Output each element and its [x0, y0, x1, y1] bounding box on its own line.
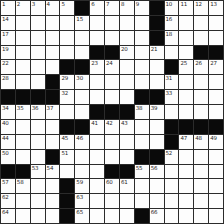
cell-r13c10[interactable]	[135, 179, 149, 193]
cell-r3c7[interactable]	[90, 31, 104, 45]
black-square-r1c11	[150, 1, 164, 15]
clue-number-22: 22	[2, 60, 9, 66]
clue-number-59: 59	[76, 179, 83, 185]
cell-r1c15[interactable]: 13	[209, 1, 223, 15]
cell-r5c2[interactable]	[16, 60, 30, 74]
cell-r10c8[interactable]	[105, 135, 119, 149]
clue-number-34: 34	[2, 105, 9, 111]
cell-r14c7[interactable]	[90, 194, 104, 208]
cell-r7c13[interactable]	[179, 90, 193, 104]
cell-r15c1[interactable]: 64	[1, 209, 15, 223]
cell-r5c3[interactable]	[31, 60, 45, 74]
clue-number-45: 45	[61, 135, 68, 141]
clue-number-46: 46	[76, 135, 83, 141]
cell-r1c8[interactable]: 7	[105, 1, 119, 15]
cell-r13c2[interactable]: 58	[16, 179, 30, 193]
cell-r10c9[interactable]	[120, 135, 134, 149]
cell-r11c5[interactable]: 51	[60, 150, 74, 164]
cell-r13c11[interactable]	[150, 179, 164, 193]
cell-r11c8[interactable]	[105, 150, 119, 164]
cell-r3c4[interactable]	[46, 31, 60, 45]
cell-r1c13[interactable]: 11	[179, 1, 193, 15]
cell-r12c6[interactable]	[75, 165, 89, 179]
clue-number-33: 33	[166, 90, 173, 96]
clue-number-65: 65	[76, 209, 83, 215]
cell-r14c6[interactable]: 63	[75, 194, 89, 208]
cell-r8c1[interactable]: 34	[1, 105, 15, 119]
cell-r3c9[interactable]	[120, 31, 134, 45]
black-square-r8c9	[120, 105, 134, 119]
cell-r4c12[interactable]	[165, 46, 179, 60]
cell-r2c9[interactable]	[120, 16, 134, 30]
cell-r15c14[interactable]	[194, 209, 208, 223]
black-square-r15c10	[135, 209, 149, 223]
cell-r6c14[interactable]	[194, 75, 208, 89]
black-square-r9c5	[60, 120, 74, 134]
clue-number-24: 24	[106, 60, 113, 66]
clue-number-30: 30	[76, 75, 83, 81]
clue-number-41: 41	[91, 120, 98, 126]
cell-r6c1[interactable]: 28	[1, 75, 15, 89]
clue-number-57: 57	[2, 179, 9, 185]
cell-r14c11[interactable]	[150, 194, 164, 208]
cell-r2c8[interactable]	[105, 16, 119, 30]
cell-r6c11[interactable]	[150, 75, 164, 89]
clue-number-25: 25	[180, 60, 187, 66]
black-square-r9c15	[209, 120, 223, 134]
cell-r8c6[interactable]	[75, 105, 89, 119]
cell-r9c4[interactable]	[46, 120, 60, 134]
clue-number-26: 26	[195, 60, 202, 66]
cell-r1c4[interactable]: 4	[46, 1, 60, 15]
cell-r15c3[interactable]	[31, 209, 45, 223]
cell-r11c9[interactable]	[120, 150, 134, 164]
cell-r11c1[interactable]: 50	[1, 150, 15, 164]
cell-r4c2[interactable]	[16, 46, 30, 60]
black-square-r3c11	[150, 31, 164, 45]
black-square-r9c14	[194, 120, 208, 134]
cell-r10c2[interactable]	[16, 135, 30, 149]
cell-r3c15[interactable]	[209, 31, 223, 45]
clue-number-31: 31	[166, 75, 173, 81]
cell-r13c4[interactable]	[46, 179, 60, 193]
cell-r5c11[interactable]	[150, 60, 164, 74]
cell-r14c8[interactable]	[105, 194, 119, 208]
cell-r1c9[interactable]: 8	[120, 1, 134, 15]
black-square-r8c8	[105, 105, 119, 119]
clue-number-61: 61	[121, 179, 128, 185]
cell-r7c8[interactable]	[105, 90, 119, 104]
clue-number-36: 36	[32, 105, 39, 111]
cell-r4c4[interactable]	[46, 46, 60, 60]
cell-r12c11[interactable]: 56	[150, 165, 164, 179]
cell-r13c15[interactable]	[209, 179, 223, 193]
cell-r1c1[interactable]: 1	[1, 1, 15, 15]
cell-r10c10[interactable]	[135, 135, 149, 149]
cell-r7c6[interactable]	[75, 90, 89, 104]
cell-r2c2[interactable]	[16, 16, 30, 30]
cell-r4c9[interactable]: 20	[120, 46, 134, 60]
cell-r12c3[interactable]: 53	[31, 165, 45, 179]
cell-r15c4[interactable]	[46, 209, 60, 223]
cell-r1c14[interactable]: 12	[194, 1, 208, 15]
clue-number-11: 11	[180, 1, 187, 7]
cell-r8c14[interactable]	[194, 105, 208, 119]
cell-r13c6[interactable]: 59	[75, 179, 89, 193]
cell-r5c8[interactable]: 24	[105, 60, 119, 74]
clue-number-47: 47	[180, 135, 187, 141]
clue-number-55: 55	[136, 165, 143, 171]
cell-r12c4[interactable]: 54	[46, 165, 60, 179]
cell-r2c13[interactable]	[179, 16, 193, 30]
cell-r7c14[interactable]	[194, 90, 208, 104]
cell-r10c7[interactable]	[90, 135, 104, 149]
black-square-r12c9	[120, 165, 134, 179]
cell-r15c13[interactable]	[179, 209, 193, 223]
cell-r4c11[interactable]: 21	[150, 46, 164, 60]
black-square-r1c6	[75, 1, 89, 15]
clue-number-6: 6	[91, 1, 94, 7]
clue-number-17: 17	[2, 31, 9, 37]
cell-r3c5[interactable]	[60, 31, 74, 45]
cell-r15c6[interactable]: 65	[75, 209, 89, 223]
cell-r9c1[interactable]: 40	[1, 120, 15, 134]
clue-number-38: 38	[136, 105, 143, 111]
cell-r13c13[interactable]	[179, 179, 193, 193]
cell-r2c7[interactable]	[90, 16, 104, 30]
cell-r8c12[interactable]	[165, 105, 179, 119]
cell-r11c3[interactable]	[31, 150, 45, 164]
clue-number-19: 19	[2, 46, 9, 52]
cell-r5c9[interactable]	[120, 60, 134, 74]
clue-number-37: 37	[47, 105, 54, 111]
clue-number-66: 66	[151, 209, 158, 215]
black-square-r4c15	[209, 46, 223, 60]
cell-r1c7[interactable]: 6	[90, 1, 104, 15]
clue-number-3: 3	[32, 1, 35, 7]
clue-number-49: 49	[210, 135, 217, 141]
cell-r5c10[interactable]	[135, 60, 149, 74]
cell-r6c9[interactable]	[120, 75, 134, 89]
cell-r7c7[interactable]	[90, 90, 104, 104]
cell-r9c9[interactable]: 43	[120, 120, 134, 134]
cell-r12c12[interactable]	[165, 165, 179, 179]
cell-r13c8[interactable]: 60	[105, 179, 119, 193]
clue-number-63: 63	[76, 194, 83, 200]
cell-r3c1[interactable]: 17	[1, 31, 15, 45]
cell-r6c8[interactable]	[105, 75, 119, 89]
crossword-grid: 1234567891011121314151617181920212223242…	[0, 0, 224, 224]
cell-r1c5[interactable]: 5	[60, 1, 74, 15]
cell-r6c13[interactable]	[179, 75, 193, 89]
black-square-r12c1	[1, 165, 15, 179]
cell-r6c10[interactable]	[135, 75, 149, 89]
clue-number-14: 14	[2, 16, 9, 22]
cell-r10c3[interactable]	[31, 135, 45, 149]
cell-r9c2[interactable]	[16, 120, 30, 134]
cell-r11c6[interactable]	[75, 150, 89, 164]
cell-r14c1[interactable]: 62	[1, 194, 15, 208]
black-square-r7c11	[150, 90, 164, 104]
clue-number-7: 7	[106, 1, 109, 7]
black-square-r4c8	[105, 46, 119, 60]
black-square-r14c5	[60, 194, 74, 208]
cell-r12c15[interactable]	[209, 165, 223, 179]
cell-r12c13[interactable]	[179, 165, 193, 179]
clue-number-52: 52	[166, 150, 173, 156]
clue-number-10: 10	[166, 1, 173, 7]
clue-number-62: 62	[2, 194, 9, 200]
cell-r15c9[interactable]	[120, 209, 134, 223]
cell-r15c2[interactable]	[16, 209, 30, 223]
cell-r10c4[interactable]	[46, 135, 60, 149]
black-square-r5c5	[60, 60, 74, 74]
cell-r4c1[interactable]: 19	[1, 46, 15, 60]
cell-r3c8[interactable]	[105, 31, 119, 45]
cell-r14c10[interactable]	[135, 194, 149, 208]
clue-number-39: 39	[151, 105, 158, 111]
clue-number-35: 35	[17, 105, 24, 111]
cell-r1c3[interactable]: 3	[31, 1, 45, 15]
cell-r2c10[interactable]	[135, 16, 149, 30]
cell-r12c10[interactable]: 55	[135, 165, 149, 179]
black-square-r12c8	[105, 165, 119, 179]
cell-r8c4[interactable]: 37	[46, 105, 60, 119]
clue-number-27: 27	[210, 60, 217, 66]
cell-r2c6[interactable]: 15	[75, 16, 89, 30]
cell-r5c13[interactable]: 25	[179, 60, 193, 74]
cell-r9c3[interactable]	[31, 120, 45, 134]
black-square-r7c3	[31, 90, 45, 104]
cell-r3c3[interactable]	[31, 31, 45, 45]
cell-r7c12[interactable]: 33	[165, 90, 179, 104]
cell-r1c10[interactable]: 9	[135, 1, 149, 15]
black-square-r9c12	[165, 120, 179, 134]
cell-r2c5[interactable]	[60, 16, 74, 30]
cell-r13c9[interactable]: 61	[120, 179, 134, 193]
clue-number-9: 9	[136, 1, 139, 7]
clue-number-13: 13	[210, 1, 217, 7]
clue-number-48: 48	[195, 135, 202, 141]
cell-r15c15[interactable]	[209, 209, 223, 223]
cell-r9c10[interactable]	[135, 120, 149, 134]
clue-number-51: 51	[61, 150, 68, 156]
clue-number-4: 4	[47, 1, 50, 7]
cell-r3c2[interactable]	[16, 31, 30, 45]
cell-r10c1[interactable]: 44	[1, 135, 15, 149]
cell-r2c1[interactable]: 14	[1, 16, 15, 30]
cell-r15c11[interactable]: 66	[150, 209, 164, 223]
cell-r6c15[interactable]	[209, 75, 223, 89]
cell-r3c6[interactable]	[75, 31, 89, 45]
clue-number-42: 42	[106, 120, 113, 126]
cell-r5c7[interactable]: 23	[90, 60, 104, 74]
cell-r3c12[interactable]: 18	[165, 31, 179, 45]
black-square-r15c5	[60, 209, 74, 223]
clue-number-32: 32	[61, 90, 68, 96]
cell-r14c14[interactable]	[194, 194, 208, 208]
cell-r8c3[interactable]: 36	[31, 105, 45, 119]
cell-r5c4[interactable]	[46, 60, 60, 74]
clue-number-50: 50	[2, 150, 9, 156]
black-square-r13c5	[60, 179, 74, 193]
cell-r8c5[interactable]	[60, 105, 74, 119]
clue-number-12: 12	[195, 1, 202, 7]
clue-number-43: 43	[121, 120, 128, 126]
black-square-r9c13	[179, 120, 193, 134]
clue-number-15: 15	[76, 16, 83, 22]
cell-r5c14[interactable]: 26	[194, 60, 208, 74]
cell-r14c3[interactable]	[31, 194, 45, 208]
cell-r6c2[interactable]	[16, 75, 30, 89]
cell-r2c14[interactable]	[194, 16, 208, 30]
black-square-r5c6	[75, 60, 89, 74]
cell-r7c15[interactable]	[209, 90, 223, 104]
cell-r8c13[interactable]	[179, 105, 193, 119]
cell-r2c15[interactable]	[209, 16, 223, 30]
cell-r2c12[interactable]: 16	[165, 16, 179, 30]
clue-number-28: 28	[2, 75, 9, 81]
cell-r6c6[interactable]: 30	[75, 75, 89, 89]
cell-r12c14[interactable]	[194, 165, 208, 179]
cell-r9c8[interactable]: 42	[105, 120, 119, 134]
cell-r10c15[interactable]: 49	[209, 135, 223, 149]
clue-number-23: 23	[91, 60, 98, 66]
cell-r8c10[interactable]: 38	[135, 105, 149, 119]
cell-r10c11[interactable]	[150, 135, 164, 149]
clue-number-16: 16	[166, 16, 173, 22]
black-square-r2c11	[150, 16, 164, 30]
cell-r14c13[interactable]	[179, 194, 193, 208]
black-square-r5c12	[165, 60, 179, 74]
black-square-r10c12	[165, 135, 179, 149]
clue-number-53: 53	[32, 165, 39, 171]
cell-r14c9[interactable]	[120, 194, 134, 208]
cell-r3c13[interactable]	[179, 31, 193, 45]
cell-r1c12[interactable]: 10	[165, 1, 179, 15]
cell-r10c5[interactable]: 45	[60, 135, 74, 149]
cell-r10c13[interactable]: 47	[179, 135, 193, 149]
cell-r10c6[interactable]: 46	[75, 135, 89, 149]
cell-r4c5[interactable]	[60, 46, 74, 60]
cell-r14c4[interactable]	[46, 194, 60, 208]
cell-r12c7[interactable]	[90, 165, 104, 179]
cell-r6c5[interactable]: 29	[60, 75, 74, 89]
cell-r2c3[interactable]	[31, 16, 45, 30]
clue-number-8: 8	[121, 1, 124, 7]
clue-number-2: 2	[17, 1, 20, 7]
clue-number-54: 54	[47, 165, 54, 171]
cell-r15c12[interactable]	[165, 209, 179, 223]
cell-r13c12[interactable]	[165, 179, 179, 193]
cell-r4c13[interactable]	[179, 46, 193, 60]
black-square-r11c4	[46, 150, 60, 164]
clue-number-40: 40	[2, 120, 9, 126]
clue-number-18: 18	[166, 31, 173, 37]
cell-r15c7[interactable]	[90, 209, 104, 223]
cell-r4c3[interactable]	[31, 46, 45, 60]
clue-number-58: 58	[17, 179, 24, 185]
cell-r13c3[interactable]	[31, 179, 45, 193]
cell-r7c9[interactable]	[120, 90, 134, 104]
cell-r14c15[interactable]	[209, 194, 223, 208]
cell-r11c13[interactable]	[179, 150, 193, 164]
cell-r8c2[interactable]: 35	[16, 105, 30, 119]
black-square-r7c10	[135, 90, 149, 104]
black-square-r11c11	[150, 150, 164, 164]
clue-number-44: 44	[2, 135, 9, 141]
cell-r11c7[interactable]	[90, 150, 104, 164]
cell-r13c14[interactable]	[194, 179, 208, 193]
cell-r2c4[interactable]	[46, 16, 60, 30]
cell-r12c5[interactable]	[60, 165, 74, 179]
cell-r7c5[interactable]: 32	[60, 90, 74, 104]
cell-r9c11[interactable]	[150, 120, 164, 134]
cell-r11c15[interactable]	[209, 150, 223, 164]
cell-r15c8[interactable]	[105, 209, 119, 223]
cell-r13c1[interactable]: 57	[1, 179, 15, 193]
black-square-r9c6	[75, 120, 89, 134]
cell-r4c6[interactable]	[75, 46, 89, 60]
cell-r14c12[interactable]	[165, 194, 179, 208]
cell-r11c14[interactable]	[194, 150, 208, 164]
cell-r14c2[interactable]	[16, 194, 30, 208]
cell-r13c7[interactable]	[90, 179, 104, 193]
clue-number-1: 1	[2, 1, 5, 7]
cell-r11c2[interactable]	[16, 150, 30, 164]
cell-r3c10[interactable]	[135, 31, 149, 45]
cell-r8c15[interactable]	[209, 105, 223, 119]
black-square-r7c4	[46, 90, 60, 104]
black-square-r12c2	[16, 165, 30, 179]
black-square-r11c10	[135, 150, 149, 164]
cell-r6c3[interactable]	[31, 75, 45, 89]
cell-r8c11[interactable]: 39	[150, 105, 164, 119]
black-square-r8c7	[90, 105, 104, 119]
cell-r3c14[interactable]	[194, 31, 208, 45]
cell-r6c7[interactable]	[90, 75, 104, 89]
black-square-r4c7	[90, 46, 104, 60]
black-square-r7c1	[1, 90, 15, 104]
cell-r11c12[interactable]: 52	[165, 150, 179, 164]
clue-number-56: 56	[151, 165, 158, 171]
cell-r5c15[interactable]: 27	[209, 60, 223, 74]
cell-r4c10[interactable]	[135, 46, 149, 60]
clue-number-20: 20	[121, 46, 128, 52]
cell-r5c1[interactable]: 22	[1, 60, 15, 74]
black-square-r4c14	[194, 46, 208, 60]
cell-r6c12[interactable]: 31	[165, 75, 179, 89]
clue-number-5: 5	[61, 1, 64, 7]
clue-number-29: 29	[61, 75, 68, 81]
clue-number-64: 64	[2, 209, 9, 215]
clue-number-60: 60	[106, 179, 113, 185]
cell-r1c2[interactable]: 2	[16, 1, 30, 15]
black-square-r6c4	[46, 75, 60, 89]
cell-r9c7[interactable]: 41	[90, 120, 104, 134]
black-square-r7c2	[16, 90, 30, 104]
clue-number-21: 21	[151, 46, 158, 52]
cell-r10c14[interactable]: 48	[194, 135, 208, 149]
